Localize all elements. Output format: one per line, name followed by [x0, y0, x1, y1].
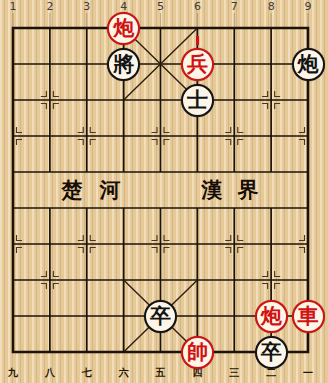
board-point — [179, 262, 216, 298]
piece-red-chariot[interactable]: 車 — [292, 300, 325, 333]
piece-red-general[interactable]: 帥 — [181, 336, 214, 369]
board-point — [142, 262, 179, 298]
board-point — [179, 154, 216, 190]
board-point — [216, 190, 253, 226]
board-point — [68, 46, 105, 82]
board-point — [0, 298, 31, 334]
board-point — [253, 154, 290, 190]
board-point: 帥 — [179, 334, 216, 370]
board-point — [0, 154, 31, 190]
board-point — [253, 10, 290, 46]
board-point — [105, 298, 142, 334]
board-point — [31, 154, 68, 190]
piece-red-cannon[interactable]: 炮 — [255, 300, 288, 333]
board-point — [68, 262, 105, 298]
board-point — [290, 226, 327, 262]
board-point — [253, 46, 290, 82]
board-point — [253, 262, 290, 298]
board-point — [31, 226, 68, 262]
board-point — [179, 226, 216, 262]
piece-black-general[interactable]: 將 — [107, 48, 140, 81]
board-point — [290, 190, 327, 226]
board-point — [0, 118, 31, 154]
board-point — [105, 82, 142, 118]
board-point: 炮 — [105, 10, 142, 46]
board-point — [31, 46, 68, 82]
board-point: 炮 — [253, 298, 290, 334]
board-point — [68, 334, 105, 370]
board-point — [31, 262, 68, 298]
xiangqi-board: 123456789 九八七六五四三二一 楚河漢界 炮將兵炮士卒炮車帥卒 — [0, 0, 328, 383]
board-point — [216, 10, 253, 46]
board-point: 炮 — [290, 46, 327, 82]
board-point — [68, 298, 105, 334]
board-point — [253, 118, 290, 154]
board-point — [105, 118, 142, 154]
board-point — [290, 334, 327, 370]
board-point — [31, 298, 68, 334]
board-point — [68, 226, 105, 262]
board-point: 將 — [105, 46, 142, 82]
board-point: 兵 — [179, 46, 216, 82]
board-point — [253, 226, 290, 262]
board-point — [290, 154, 327, 190]
board-point — [31, 334, 68, 370]
piece-black-advisor[interactable]: 士 — [181, 84, 214, 117]
board-point — [179, 190, 216, 226]
board-point — [253, 190, 290, 226]
board-point — [0, 10, 31, 46]
board-point — [31, 82, 68, 118]
board-point — [179, 298, 216, 334]
piece-black-soldier[interactable]: 卒 — [144, 300, 177, 333]
board-point — [290, 262, 327, 298]
board-point — [31, 10, 68, 46]
board-point — [0, 226, 31, 262]
board-point — [68, 190, 105, 226]
board-point: 士 — [179, 82, 216, 118]
board-point — [105, 154, 142, 190]
board-point: 車 — [290, 298, 327, 334]
board-point — [31, 190, 68, 226]
board-point — [216, 46, 253, 82]
board-point — [142, 226, 179, 262]
board-point — [0, 46, 31, 82]
board-point — [105, 262, 142, 298]
board-point: 卒 — [142, 298, 179, 334]
board-point — [216, 298, 253, 334]
board-point — [142, 10, 179, 46]
board-point — [0, 82, 31, 118]
board-point — [105, 190, 142, 226]
board-point — [68, 10, 105, 46]
board-point — [290, 10, 327, 46]
board-point — [142, 118, 179, 154]
board-point — [0, 262, 31, 298]
board-point — [0, 190, 31, 226]
piece-red-cannon[interactable]: 炮 — [107, 12, 140, 45]
board-point — [179, 118, 216, 154]
board-point — [68, 154, 105, 190]
board-point — [142, 46, 179, 82]
board-point — [142, 154, 179, 190]
board-point — [105, 334, 142, 370]
piece-black-soldier[interactable]: 卒 — [255, 336, 288, 369]
board-point — [68, 82, 105, 118]
board-point — [68, 118, 105, 154]
board-point — [142, 334, 179, 370]
board-point — [253, 82, 290, 118]
board-point — [0, 334, 31, 370]
board-point — [216, 154, 253, 190]
board-point — [31, 118, 68, 154]
board-point — [142, 82, 179, 118]
board-point — [142, 190, 179, 226]
board-point — [290, 118, 327, 154]
last-move-indicator-icon — [196, 36, 199, 45]
board-point — [216, 334, 253, 370]
board-point — [216, 226, 253, 262]
board-points: 炮將兵炮士卒炮車帥卒 — [0, 10, 326, 370]
piece-black-cannon[interactable]: 炮 — [292, 48, 325, 81]
board-point — [290, 82, 327, 118]
board-point — [216, 262, 253, 298]
board-point: 卒 — [253, 334, 290, 370]
board-point — [216, 118, 253, 154]
board-point — [216, 82, 253, 118]
board-point — [105, 226, 142, 262]
piece-red-soldier[interactable]: 兵 — [181, 48, 214, 81]
